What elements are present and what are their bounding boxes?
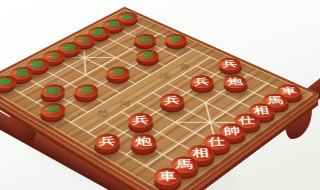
piece-character: 砲 bbox=[41, 84, 66, 98]
piece-character: 兵 bbox=[94, 134, 119, 150]
piece-character: 卒 bbox=[74, 84, 98, 98]
piece-character: 將 bbox=[57, 42, 80, 54]
piece-character: 砲 bbox=[134, 34, 156, 46]
river-label: 漢 bbox=[159, 72, 172, 80]
piece-character: 炮 bbox=[222, 75, 247, 88]
river-label: 楚 bbox=[97, 109, 111, 118]
piece-character: 車 bbox=[0, 75, 17, 88]
piece-character: 炮 bbox=[130, 134, 156, 150]
piece-character: 兵 bbox=[189, 75, 214, 88]
river-label: 界 bbox=[179, 63, 191, 71]
piece-character: 車 bbox=[153, 168, 181, 186]
photo-background: 楚 河 漢 界 車馬象士砲卒將士卒象兵馬卒車兵炮砲卒車兵馬卒相兵仕帥兵炮仕相馬車 bbox=[0, 0, 320, 190]
piece-character: 兵 bbox=[128, 113, 153, 128]
piece-character: 兵 bbox=[217, 58, 241, 71]
piece-character: 卒 bbox=[106, 67, 129, 80]
piece-character: 卒 bbox=[40, 103, 65, 118]
river-label: 河 bbox=[117, 99, 131, 108]
piece-character: 卒 bbox=[136, 50, 158, 62]
piece-character: 卒 bbox=[164, 34, 186, 46]
piece-character: 兵 bbox=[159, 94, 184, 108]
